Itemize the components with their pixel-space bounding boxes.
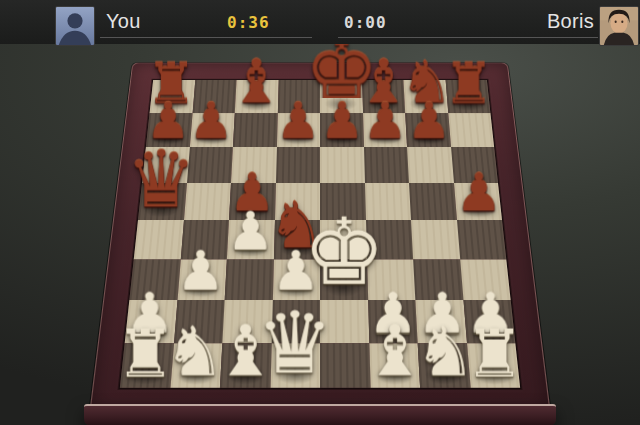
square-b7[interactable]: ♟ bbox=[189, 113, 234, 147]
piece-white-queen-d1[interactable]: ♛ bbox=[257, 300, 334, 386]
square-g4[interactable] bbox=[411, 220, 460, 259]
square-d6[interactable] bbox=[276, 147, 320, 183]
opponent-name: Boris bbox=[547, 10, 594, 33]
you-avatar bbox=[55, 6, 95, 46]
square-d1[interactable]: ♛ bbox=[270, 343, 320, 388]
square-f6[interactable] bbox=[364, 147, 409, 183]
person-silhouette-icon bbox=[56, 7, 94, 45]
piece-black-queen-a5[interactable]: ♛ bbox=[126, 140, 196, 218]
square-g5[interactable] bbox=[409, 183, 457, 220]
boris-portrait bbox=[600, 7, 638, 45]
divider-right bbox=[338, 37, 598, 38]
opponent-clock: 0:00 bbox=[344, 13, 387, 32]
divider-left bbox=[100, 37, 312, 38]
chess-board[interactable]: ♜♝♚♝♞♜♟♟♟♟♟♟♛♟♟♟♞♟♟♚♟♟♟♟♜♞♝♛♝♞♜ bbox=[89, 63, 551, 414]
square-e7[interactable]: ♟ bbox=[320, 113, 364, 147]
piece-white-rook-h1[interactable]: ♜ bbox=[465, 320, 524, 386]
square-g7[interactable]: ♟ bbox=[405, 113, 450, 147]
square-h8[interactable]: ♜ bbox=[445, 80, 490, 113]
piece-black-pawn-f7[interactable]: ♟ bbox=[363, 96, 408, 146]
square-f7[interactable]: ♟ bbox=[363, 113, 407, 147]
square-e6[interactable] bbox=[320, 147, 364, 183]
piece-black-pawn-g7[interactable]: ♟ bbox=[406, 96, 451, 146]
square-d7[interactable]: ♟ bbox=[276, 113, 320, 147]
square-h1[interactable]: ♜ bbox=[466, 343, 520, 388]
board-grid[interactable]: ♜♝♚♝♞♜♟♟♟♟♟♟♛♟♟♟♞♟♟♚♟♟♟♟♜♞♝♛♝♞♜ bbox=[120, 80, 520, 388]
you-name: You bbox=[106, 10, 141, 33]
piece-white-pawn-c4[interactable]: ♟ bbox=[226, 204, 274, 257]
square-h7[interactable] bbox=[448, 113, 494, 147]
square-a5[interactable]: ♛ bbox=[138, 183, 187, 220]
square-b3[interactable]: ♟ bbox=[177, 259, 227, 300]
piece-black-pawn-d7[interactable]: ♟ bbox=[276, 96, 321, 146]
square-c8[interactable]: ♝ bbox=[235, 80, 278, 113]
piece-black-pawn-h5[interactable]: ♟ bbox=[456, 166, 503, 218]
square-h4[interactable] bbox=[457, 220, 507, 259]
square-c7[interactable] bbox=[233, 113, 277, 147]
board-scene: ♜♝♚♝♞♜♟♟♟♟♟♟♛♟♟♟♞♟♟♚♟♟♟♟♜♞♝♛♝♞♜ bbox=[0, 44, 640, 425]
square-g6[interactable] bbox=[407, 147, 453, 183]
square-g1[interactable]: ♞ bbox=[418, 343, 470, 388]
you-clock: 0:36 bbox=[227, 13, 270, 32]
piece-black-pawn-e7[interactable]: ♟ bbox=[319, 96, 364, 146]
boris-avatar bbox=[599, 6, 639, 46]
square-f1[interactable]: ♝ bbox=[369, 343, 420, 388]
board-frame: ♜♝♚♝♞♜♟♟♟♟♟♟♛♟♟♟♞♟♟♚♟♟♟♟♜♞♝♛♝♞♜ bbox=[89, 63, 551, 414]
square-h5[interactable]: ♟ bbox=[453, 183, 502, 220]
board-front-edge bbox=[84, 404, 556, 425]
app-window: You 0:36 0:00 Boris ♜♝♚♝♞♜♟♟♟♟♟♟♛♟♟♟♞♟♟♚… bbox=[0, 0, 640, 425]
player-bar: You 0:36 0:00 Boris bbox=[0, 0, 640, 44]
piece-white-pawn-b3[interactable]: ♟ bbox=[177, 244, 226, 298]
